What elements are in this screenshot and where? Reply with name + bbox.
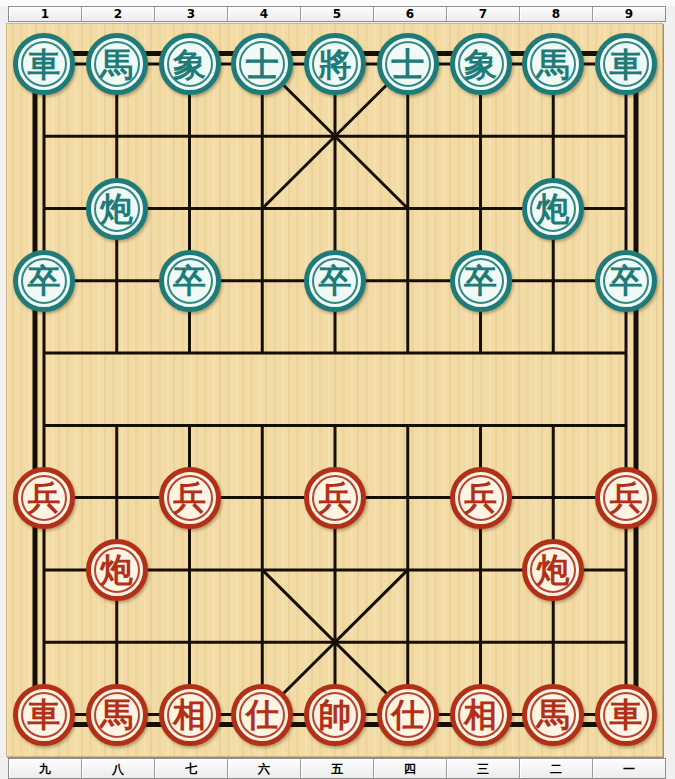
piece-red-horse[interactable]: 馬 [86, 684, 148, 746]
piece-glyph: 卒 [319, 264, 352, 297]
piece-glyph: 帥 [319, 698, 352, 731]
file-label-bottom-7: 三 [447, 759, 520, 778]
piece-glyph: 將 [319, 48, 352, 81]
piece-black-chariot[interactable]: 車 [595, 33, 657, 95]
piece-glyph: 炮 [537, 553, 570, 586]
piece-glyph: 仕 [391, 698, 424, 731]
piece-black-soldier[interactable]: 卒 [595, 250, 657, 312]
piece-red-soldier[interactable]: 兵 [159, 467, 221, 529]
piece-glyph: 卒 [173, 264, 206, 297]
file-label-bottom-6: 四 [374, 759, 447, 778]
file-label-top-8: 8 [520, 7, 593, 21]
piece-glyph: 炮 [100, 192, 133, 225]
file-label-bottom-4: 六 [228, 759, 301, 778]
piece-glyph: 卒 [464, 264, 497, 297]
board-grid [6, 23, 663, 757]
piece-glyph: 車 [610, 698, 643, 731]
file-label-top-9: 9 [593, 7, 665, 21]
piece-glyph: 兵 [610, 481, 643, 514]
piece-glyph: 馬 [100, 48, 133, 81]
piece-glyph: 兵 [319, 481, 352, 514]
piece-glyph: 車 [610, 48, 643, 81]
file-label-top-6: 6 [374, 7, 447, 21]
xiangqi-app-window: 123456789 車馬象士將士象馬車炮炮卒卒卒卒卒兵兵兵兵兵炮炮車馬相仕帥仕相… [0, 0, 675, 779]
piece-red-soldier[interactable]: 兵 [595, 467, 657, 529]
piece-glyph: 兵 [173, 481, 206, 514]
piece-black-chariot[interactable]: 車 [13, 33, 75, 95]
piece-red-soldier[interactable]: 兵 [13, 467, 75, 529]
file-label-top-2: 2 [82, 7, 155, 21]
piece-black-soldier[interactable]: 卒 [450, 250, 512, 312]
piece-black-horse[interactable]: 馬 [86, 33, 148, 95]
piece-red-cannon[interactable]: 炮 [522, 539, 584, 601]
piece-black-general[interactable]: 將 [304, 33, 366, 95]
piece-black-elephant[interactable]: 象 [159, 33, 221, 95]
piece-glyph: 相 [464, 698, 497, 731]
file-labels-bottom: 九八七六五四三二一 [8, 758, 666, 779]
piece-glyph: 士 [246, 48, 279, 81]
file-label-top-5: 5 [301, 7, 374, 21]
piece-glyph: 炮 [100, 553, 133, 586]
file-label-top-1: 1 [9, 7, 82, 21]
piece-black-cannon[interactable]: 炮 [86, 178, 148, 240]
piece-red-advisor[interactable]: 仕 [231, 684, 293, 746]
piece-black-soldier[interactable]: 卒 [159, 250, 221, 312]
piece-glyph: 車 [28, 698, 61, 731]
piece-glyph: 車 [28, 48, 61, 81]
piece-red-general[interactable]: 帥 [304, 684, 366, 746]
piece-glyph: 相 [173, 698, 206, 731]
file-label-bottom-2: 八 [82, 759, 155, 778]
piece-glyph: 卒 [28, 264, 61, 297]
piece-black-soldier[interactable]: 卒 [304, 250, 366, 312]
piece-red-chariot[interactable]: 車 [595, 684, 657, 746]
piece-red-elephant[interactable]: 相 [450, 684, 512, 746]
piece-glyph: 兵 [28, 481, 61, 514]
file-label-bottom-8: 二 [520, 759, 593, 778]
piece-red-cannon[interactable]: 炮 [86, 539, 148, 601]
file-label-bottom-5: 五 [301, 759, 374, 778]
piece-glyph: 馬 [537, 48, 570, 81]
xiangqi-board[interactable]: 車馬象士將士象馬車炮炮卒卒卒卒卒兵兵兵兵兵炮炮車馬相仕帥仕相馬車 知乎 @攻坚克… [6, 23, 663, 757]
piece-red-soldier[interactable]: 兵 [304, 467, 366, 529]
piece-red-advisor[interactable]: 仕 [377, 684, 439, 746]
piece-glyph: 象 [464, 48, 497, 81]
piece-black-horse[interactable]: 馬 [522, 33, 584, 95]
file-label-top-7: 7 [447, 7, 520, 21]
piece-glyph: 炮 [537, 192, 570, 225]
file-label-top-3: 3 [155, 7, 228, 21]
piece-black-advisor[interactable]: 士 [377, 33, 439, 95]
file-label-bottom-3: 七 [155, 759, 228, 778]
piece-glyph: 仕 [246, 698, 279, 731]
file-label-bottom-9: 一 [593, 759, 665, 778]
piece-glyph: 象 [173, 48, 206, 81]
file-labels-top: 123456789 [8, 6, 666, 22]
piece-black-elephant[interactable]: 象 [450, 33, 512, 95]
piece-black-cannon[interactable]: 炮 [522, 178, 584, 240]
piece-red-chariot[interactable]: 車 [13, 684, 75, 746]
piece-red-horse[interactable]: 馬 [522, 684, 584, 746]
file-label-top-4: 4 [228, 7, 301, 21]
piece-glyph: 士 [391, 48, 424, 81]
piece-glyph: 兵 [464, 481, 497, 514]
file-label-bottom-1: 九 [9, 759, 82, 778]
piece-black-advisor[interactable]: 士 [231, 33, 293, 95]
piece-red-elephant[interactable]: 相 [159, 684, 221, 746]
piece-red-soldier[interactable]: 兵 [450, 467, 512, 529]
piece-black-soldier[interactable]: 卒 [13, 250, 75, 312]
piece-glyph: 馬 [100, 698, 133, 731]
piece-glyph: 卒 [610, 264, 643, 297]
piece-glyph: 馬 [537, 698, 570, 731]
